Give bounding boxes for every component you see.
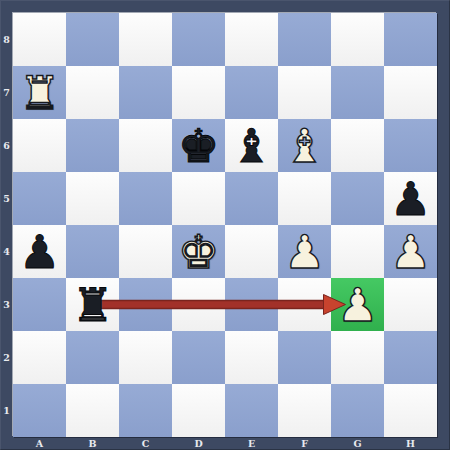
square-c7[interactable] <box>119 66 172 119</box>
file-label-c: C <box>119 437 172 450</box>
square-d6[interactable]: ♚ <box>172 119 225 172</box>
square-g5[interactable] <box>331 172 384 225</box>
square-e3[interactable] <box>225 278 278 331</box>
white-pawn[interactable]: ♟ <box>278 225 331 278</box>
square-e2[interactable] <box>225 331 278 384</box>
black-rook[interactable]: ♜ <box>66 278 119 331</box>
square-d8[interactable] <box>172 13 225 66</box>
rank-label-3: 3 <box>0 278 13 331</box>
square-g1[interactable] <box>331 384 384 437</box>
square-h2[interactable] <box>384 331 437 384</box>
square-h1[interactable] <box>384 384 437 437</box>
rank-label-2: 2 <box>0 331 13 384</box>
file-label-a: A <box>13 437 66 450</box>
file-label-b: B <box>66 437 119 450</box>
square-f2[interactable] <box>278 331 331 384</box>
white-pawn[interactable]: ♟ <box>384 225 437 278</box>
rank-label-6: 6 <box>0 119 13 172</box>
black-bishop[interactable]: ♝ <box>225 119 278 172</box>
square-h3[interactable] <box>384 278 437 331</box>
chessboard-frame: 87654321 ABCDEFGH ♜♚♝♝♟♟♚♟♟♜♟ <box>0 0 450 450</box>
square-a6[interactable] <box>13 119 66 172</box>
square-c4[interactable] <box>119 225 172 278</box>
square-e4[interactable] <box>225 225 278 278</box>
square-d4[interactable]: ♚ <box>172 225 225 278</box>
square-e1[interactable] <box>225 384 278 437</box>
chessboard: ♜♚♝♝♟♟♚♟♟♜♟ <box>13 13 437 437</box>
white-pawn[interactable]: ♟ <box>331 278 384 331</box>
square-f8[interactable] <box>278 13 331 66</box>
square-e5[interactable] <box>225 172 278 225</box>
square-b3[interactable]: ♜ <box>66 278 119 331</box>
black-pawn[interactable]: ♟ <box>13 225 66 278</box>
square-h6[interactable] <box>384 119 437 172</box>
rank-labels: 87654321 <box>0 13 13 437</box>
square-c6[interactable] <box>119 119 172 172</box>
file-label-g: G <box>331 437 384 450</box>
square-g2[interactable] <box>331 331 384 384</box>
rank-label-5: 5 <box>0 172 13 225</box>
white-bishop[interactable]: ♝ <box>278 119 331 172</box>
square-c8[interactable] <box>119 13 172 66</box>
square-b7[interactable] <box>66 66 119 119</box>
square-d1[interactable] <box>172 384 225 437</box>
square-a3[interactable] <box>13 278 66 331</box>
square-a1[interactable] <box>13 384 66 437</box>
square-e7[interactable] <box>225 66 278 119</box>
square-c1[interactable] <box>119 384 172 437</box>
square-h4[interactable]: ♟ <box>384 225 437 278</box>
square-b5[interactable] <box>66 172 119 225</box>
square-b2[interactable] <box>66 331 119 384</box>
black-pawn[interactable]: ♟ <box>384 172 437 225</box>
white-rook[interactable]: ♜ <box>13 66 66 119</box>
file-label-h: H <box>384 437 437 450</box>
square-g6[interactable] <box>331 119 384 172</box>
square-f4[interactable]: ♟ <box>278 225 331 278</box>
square-f6[interactable]: ♝ <box>278 119 331 172</box>
square-g8[interactable] <box>331 13 384 66</box>
square-g4[interactable] <box>331 225 384 278</box>
square-f5[interactable] <box>278 172 331 225</box>
square-g7[interactable] <box>331 66 384 119</box>
square-b8[interactable] <box>66 13 119 66</box>
square-c3[interactable] <box>119 278 172 331</box>
file-label-d: D <box>172 437 225 450</box>
square-a8[interactable] <box>13 13 66 66</box>
square-d5[interactable] <box>172 172 225 225</box>
square-d3[interactable] <box>172 278 225 331</box>
rank-label-1: 1 <box>0 384 13 437</box>
square-b1[interactable] <box>66 384 119 437</box>
square-c2[interactable] <box>119 331 172 384</box>
square-f3[interactable] <box>278 278 331 331</box>
square-e6[interactable]: ♝ <box>225 119 278 172</box>
square-a5[interactable] <box>13 172 66 225</box>
rank-label-8: 8 <box>0 13 13 66</box>
square-c5[interactable] <box>119 172 172 225</box>
square-h5[interactable]: ♟ <box>384 172 437 225</box>
square-b4[interactable] <box>66 225 119 278</box>
square-e8[interactable] <box>225 13 278 66</box>
white-king[interactable]: ♚ <box>172 225 225 278</box>
file-labels: ABCDEFGH <box>13 437 437 450</box>
square-d2[interactable] <box>172 331 225 384</box>
square-f7[interactable] <box>278 66 331 119</box>
file-label-f: F <box>278 437 331 450</box>
square-a2[interactable] <box>13 331 66 384</box>
square-b6[interactable] <box>66 119 119 172</box>
black-king[interactable]: ♚ <box>172 119 225 172</box>
square-d7[interactable] <box>172 66 225 119</box>
square-a4[interactable]: ♟ <box>13 225 66 278</box>
rank-label-4: 4 <box>0 225 13 278</box>
square-g3[interactable]: ♟ <box>331 278 384 331</box>
file-label-e: E <box>225 437 278 450</box>
square-a7[interactable]: ♜ <box>13 66 66 119</box>
rank-label-7: 7 <box>0 66 13 119</box>
square-f1[interactable] <box>278 384 331 437</box>
square-h8[interactable] <box>384 13 437 66</box>
square-h7[interactable] <box>384 66 437 119</box>
